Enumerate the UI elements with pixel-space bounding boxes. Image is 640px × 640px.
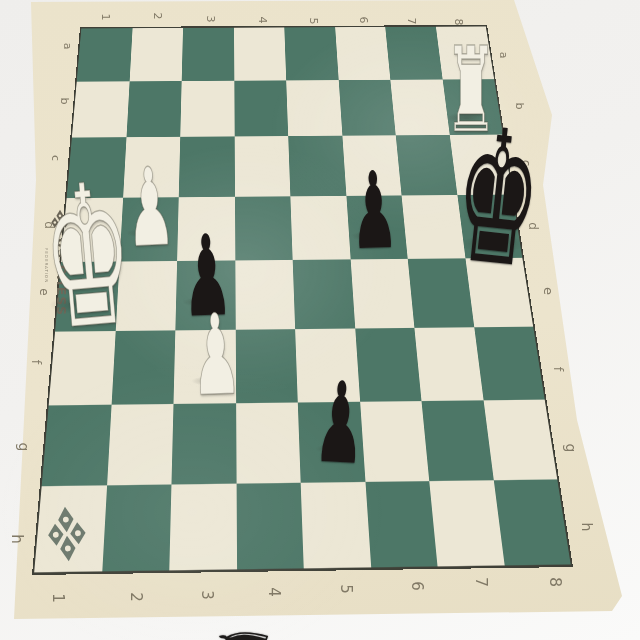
rank-label-top-4: 4 — [257, 17, 268, 24]
square-h4 — [236, 482, 304, 569]
rank-label-top-2: 2 — [152, 13, 163, 20]
square-f8 — [474, 326, 545, 400]
rank-label-top-1: 1 — [100, 14, 111, 21]
file-label-left-a: a — [62, 43, 73, 50]
file-label-right-g: g — [564, 444, 578, 453]
square-d5 — [290, 195, 350, 259]
us-chess-emblem-icon — [44, 504, 90, 565]
piece-black-pawn-d6: ♟ — [348, 158, 399, 266]
piece-white-rook-b8: ♜ — [445, 31, 498, 149]
rank-label-top-7: 7 — [406, 18, 417, 25]
square-a4 — [234, 27, 286, 80]
table-surface: { "game": "chess", "scene": "Overhead ph… — [0, 0, 640, 640]
rank-label-bottom-5: 5 — [338, 584, 353, 594]
square-g8 — [483, 400, 557, 480]
square-c3 — [179, 136, 235, 196]
file-label-right-a: a — [498, 52, 509, 59]
rank-label-bottom-7: 7 — [473, 577, 489, 587]
piece-white-pawn-d2: ♟ — [123, 153, 177, 263]
fallen-piece: ♞ — [206, 612, 280, 640]
square-a6 — [335, 27, 391, 80]
square-a2 — [129, 28, 183, 81]
square-h5 — [301, 481, 371, 568]
square-c4 — [234, 136, 290, 196]
square-e4 — [235, 260, 295, 329]
square-b7 — [390, 79, 449, 135]
square-b6 — [338, 79, 395, 135]
rank-label-top-3: 3 — [205, 16, 216, 23]
square-f7 — [414, 327, 483, 401]
piece-white-pawn-f3: ♟ — [189, 298, 243, 412]
square-g2 — [107, 404, 174, 485]
square-a3 — [182, 28, 234, 81]
square-b3 — [180, 80, 234, 136]
square-b5 — [286, 80, 342, 136]
rank-label-bottom-8: 8 — [547, 577, 563, 587]
file-label-left-h: h — [9, 534, 24, 544]
square-c5 — [288, 136, 346, 196]
square-a5 — [284, 27, 338, 80]
rank-label-bottom-1: 1 — [50, 593, 65, 603]
file-label-left-f: f — [30, 360, 43, 365]
square-h6 — [365, 481, 438, 568]
piece-black-pawn-g5: ♟ — [312, 366, 368, 480]
rank-label-bottom-3: 3 — [199, 590, 214, 600]
square-g4 — [236, 403, 301, 484]
rank-label-top-5: 5 — [308, 18, 319, 25]
square-b2 — [126, 81, 182, 138]
rank-label-bottom-4: 4 — [266, 587, 281, 597]
square-g7 — [421, 400, 493, 480]
square-d4 — [235, 196, 293, 261]
file-label-right-h: h — [580, 523, 594, 532]
square-a7 — [385, 27, 442, 80]
file-label-right-f: f — [552, 367, 565, 372]
file-label-left-b: b — [59, 98, 70, 105]
us-chess-corner-emblem — [44, 504, 90, 569]
file-label-right-e: e — [542, 287, 555, 295]
square-a1 — [77, 28, 132, 81]
square-h2 — [102, 484, 172, 571]
square-g6 — [360, 401, 429, 481]
square-b1 — [72, 81, 129, 138]
rank-label-top-6: 6 — [358, 17, 369, 24]
square-g1 — [42, 405, 111, 486]
rank-label-bottom-2: 2 — [128, 592, 143, 602]
square-h8 — [493, 479, 570, 566]
square-h7 — [429, 480, 504, 567]
square-f4 — [235, 329, 297, 404]
square-e5 — [293, 259, 355, 328]
rank-label-bottom-6: 6 — [409, 581, 424, 591]
square-h3 — [169, 483, 236, 570]
square-b4 — [234, 80, 288, 136]
file-label-left-g: g — [17, 443, 31, 452]
